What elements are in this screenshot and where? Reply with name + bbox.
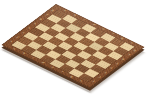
coord-rank-right-8: 8 <box>133 49 137 51</box>
coord-file-bottom-b: b <box>22 52 26 54</box>
chess-board: aabbccddeeffgghh8877665544332211 <box>2 4 145 88</box>
coord-file-top-f: f <box>111 33 114 35</box>
coord-rank-left-5: 5 <box>33 23 37 25</box>
coord-rank-right-2: 2 <box>98 76 102 78</box>
coord-file-top-c: c <box>82 19 86 21</box>
coord-file-bottom-f: f <box>60 71 63 73</box>
coord-rank-left-8: 8 <box>50 9 54 11</box>
coord-rank-left-4: 4 <box>27 27 31 29</box>
coord-file-bottom-g: g <box>70 75 74 77</box>
coord-file-top-d: d <box>92 23 96 25</box>
coord-rank-right-6: 6 <box>121 58 125 60</box>
coord-rank-left-6: 6 <box>39 18 43 20</box>
coord-rank-left-3: 3 <box>21 31 25 33</box>
coord-rank-right-1: 1 <box>92 80 96 82</box>
product-photo-background: aabbccddeeffgghh8877665544332211 <box>0 0 150 95</box>
coord-rank-right-4: 4 <box>109 67 113 69</box>
coord-file-bottom-a: a <box>12 48 16 50</box>
coord-file-top-b: b <box>73 14 77 16</box>
coord-rank-right-5: 5 <box>115 63 119 65</box>
coord-file-top-e: e <box>101 28 105 30</box>
coord-rank-right-7: 7 <box>127 54 131 56</box>
coord-file-top-h: h <box>130 42 134 44</box>
coord-file-bottom-c: c <box>32 57 36 59</box>
coord-file-top-a: a <box>63 10 67 12</box>
coord-file-top-g: g <box>120 37 124 39</box>
coord-file-bottom-d: d <box>41 62 45 64</box>
coord-file-bottom-h: h <box>79 80 83 82</box>
coord-rank-left-1: 1 <box>9 40 13 42</box>
coord-rank-right-3: 3 <box>103 71 107 73</box>
coord-file-bottom-e: e <box>51 66 55 68</box>
coord-rank-left-2: 2 <box>15 36 19 38</box>
coord-rank-left-7: 7 <box>45 14 49 16</box>
